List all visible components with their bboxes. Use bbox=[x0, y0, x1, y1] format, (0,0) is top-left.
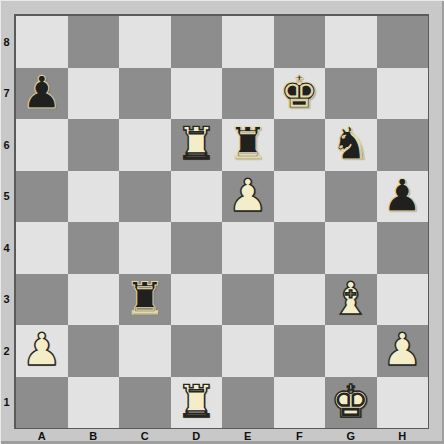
square-g7[interactable] bbox=[325, 68, 377, 120]
square-a4[interactable] bbox=[16, 222, 68, 274]
square-a3[interactable] bbox=[16, 274, 68, 326]
file-label-g: G bbox=[325, 428, 377, 443]
square-d7[interactable] bbox=[171, 68, 223, 120]
piece-black-king: ♚ bbox=[279, 67, 319, 119]
rank-label-5: 5 bbox=[0, 171, 13, 223]
piece-white-pawn: ♟ bbox=[382, 324, 422, 376]
rank-label-7: 7 bbox=[0, 68, 13, 120]
square-c5[interactable] bbox=[119, 171, 171, 223]
square-e6[interactable]: ♜ bbox=[222, 119, 274, 171]
square-g3[interactable]: ♝ bbox=[325, 274, 377, 326]
square-h3[interactable] bbox=[377, 274, 429, 326]
square-e3[interactable] bbox=[222, 274, 274, 326]
square-a8[interactable] bbox=[16, 16, 68, 68]
square-c8[interactable] bbox=[119, 16, 171, 68]
square-c1[interactable] bbox=[119, 377, 171, 429]
square-a7[interactable]: ♟ bbox=[16, 68, 68, 120]
square-g8[interactable] bbox=[325, 16, 377, 68]
file-label-a: A bbox=[16, 428, 68, 443]
piece-black-pawn: ♟ bbox=[22, 67, 62, 119]
square-f3[interactable] bbox=[274, 274, 326, 326]
square-a1[interactable] bbox=[16, 377, 68, 429]
file-label-h: H bbox=[377, 428, 429, 443]
square-b4[interactable] bbox=[68, 222, 120, 274]
square-c2[interactable] bbox=[119, 325, 171, 377]
square-g6[interactable]: ♞ bbox=[325, 119, 377, 171]
square-e5[interactable]: ♟ bbox=[222, 171, 274, 223]
piece-black-pawn: ♟ bbox=[382, 170, 422, 222]
square-d1[interactable]: ♜ bbox=[171, 377, 223, 429]
piece-white-rook: ♜ bbox=[176, 376, 216, 428]
square-e1[interactable] bbox=[222, 377, 274, 429]
square-d3[interactable] bbox=[171, 274, 223, 326]
square-e2[interactable] bbox=[222, 325, 274, 377]
square-b6[interactable] bbox=[68, 119, 120, 171]
rank-label-8: 8 bbox=[0, 16, 13, 68]
square-b2[interactable] bbox=[68, 325, 120, 377]
square-a2[interactable]: ♟ bbox=[16, 325, 68, 377]
square-h8[interactable] bbox=[377, 16, 429, 68]
chess-board: ♟♚♜♜♞♟♟♜♝♟♟♜♚ bbox=[14, 14, 429, 429]
square-b8[interactable] bbox=[68, 16, 120, 68]
rank-label-4: 4 bbox=[0, 222, 13, 274]
file-label-b: B bbox=[68, 428, 120, 443]
file-label-d: D bbox=[171, 428, 223, 443]
square-d8[interactable] bbox=[171, 16, 223, 68]
square-d4[interactable] bbox=[171, 222, 223, 274]
file-label-c: C bbox=[119, 428, 171, 443]
square-e7[interactable] bbox=[222, 68, 274, 120]
piece-white-king: ♚ bbox=[331, 376, 371, 428]
piece-white-bishop: ♝ bbox=[331, 273, 371, 325]
square-f8[interactable] bbox=[274, 16, 326, 68]
square-h7[interactable] bbox=[377, 68, 429, 120]
square-g5[interactable] bbox=[325, 171, 377, 223]
piece-black-rook: ♜ bbox=[228, 118, 268, 170]
square-b7[interactable] bbox=[68, 68, 120, 120]
square-c4[interactable] bbox=[119, 222, 171, 274]
square-h6[interactable] bbox=[377, 119, 429, 171]
square-b3[interactable] bbox=[68, 274, 120, 326]
square-d2[interactable] bbox=[171, 325, 223, 377]
square-g1[interactable]: ♚ bbox=[325, 377, 377, 429]
square-d6[interactable]: ♜ bbox=[171, 119, 223, 171]
square-g2[interactable] bbox=[325, 325, 377, 377]
square-a6[interactable] bbox=[16, 119, 68, 171]
square-g4[interactable] bbox=[325, 222, 377, 274]
piece-black-knight: ♞ bbox=[331, 118, 371, 170]
square-a5[interactable] bbox=[16, 171, 68, 223]
square-d5[interactable] bbox=[171, 171, 223, 223]
square-f5[interactable] bbox=[274, 171, 326, 223]
square-c3[interactable]: ♜ bbox=[119, 274, 171, 326]
file-labels: ABCDEFGH bbox=[16, 428, 428, 443]
rank-label-6: 6 bbox=[0, 119, 13, 171]
square-b1[interactable] bbox=[68, 377, 120, 429]
square-f2[interactable] bbox=[274, 325, 326, 377]
square-h4[interactable] bbox=[377, 222, 429, 274]
piece-black-rook: ♜ bbox=[125, 273, 165, 325]
piece-white-pawn: ♟ bbox=[22, 324, 62, 376]
rank-label-3: 3 bbox=[0, 274, 13, 326]
piece-white-pawn: ♟ bbox=[228, 170, 268, 222]
square-f4[interactable] bbox=[274, 222, 326, 274]
square-f6[interactable] bbox=[274, 119, 326, 171]
square-e4[interactable] bbox=[222, 222, 274, 274]
square-f7[interactable]: ♚ bbox=[274, 68, 326, 120]
square-f1[interactable] bbox=[274, 377, 326, 429]
square-c6[interactable] bbox=[119, 119, 171, 171]
rank-label-1: 1 bbox=[0, 377, 13, 429]
square-b5[interactable] bbox=[68, 171, 120, 223]
square-c7[interactable] bbox=[119, 68, 171, 120]
rank-labels: 87654321 bbox=[0, 16, 13, 428]
rank-label-2: 2 bbox=[0, 325, 13, 377]
square-e8[interactable] bbox=[222, 16, 274, 68]
square-h5[interactable]: ♟ bbox=[377, 171, 429, 223]
file-label-e: E bbox=[222, 428, 274, 443]
piece-white-rook: ♜ bbox=[176, 118, 216, 170]
square-h2[interactable]: ♟ bbox=[377, 325, 429, 377]
chess-diagram-frame: 87654321 ABCDEFGH ♟♚♜♜♞♟♟♜♝♟♟♜♚ bbox=[0, 0, 444, 444]
square-h1[interactable] bbox=[377, 377, 429, 429]
file-label-f: F bbox=[274, 428, 326, 443]
